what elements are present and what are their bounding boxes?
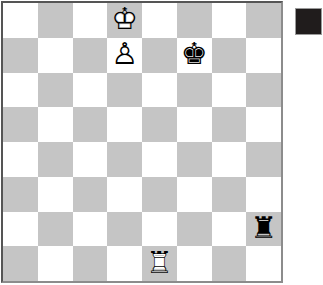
square-a4[interactable] [3,142,38,177]
square-f7[interactable]: ♚ [177,38,212,73]
square-e2[interactable] [142,212,177,247]
square-g6[interactable] [212,73,247,108]
square-d8[interactable]: ♚♔ [107,3,142,38]
square-e3[interactable] [142,177,177,212]
square-d2[interactable] [107,212,142,247]
square-b7[interactable] [38,38,73,73]
square-e1[interactable]: ♜♖ [142,246,177,281]
square-f2[interactable] [177,212,212,247]
piece-white-rook[interactable]: ♜♖ [142,246,177,281]
square-e4[interactable] [142,142,177,177]
square-a6[interactable] [3,73,38,108]
piece-white-pawn[interactable]: ♟♙ [107,38,142,73]
square-b3[interactable] [38,177,73,212]
square-c1[interactable] [73,246,108,281]
square-h4[interactable] [246,142,281,177]
black-king-fill-glyph: ♚ [177,38,212,73]
square-c7[interactable] [73,38,108,73]
square-h6[interactable] [246,73,281,108]
square-b2[interactable] [38,212,73,247]
square-a5[interactable] [3,107,38,142]
chess-diagram: ♚♔♟♙♚♜♜♖ [0,0,323,285]
white-pawn-outline-glyph: ♙ [107,38,142,73]
square-d6[interactable] [107,73,142,108]
square-d4[interactable] [107,142,142,177]
square-f8[interactable] [177,3,212,38]
square-f1[interactable] [177,246,212,281]
square-a3[interactable] [3,177,38,212]
square-h7[interactable] [246,38,281,73]
square-a8[interactable] [3,3,38,38]
square-d7[interactable]: ♟♙ [107,38,142,73]
square-e5[interactable] [142,107,177,142]
square-c6[interactable] [73,73,108,108]
square-a2[interactable] [3,212,38,247]
white-king-outline-glyph: ♔ [107,3,142,38]
piece-black-king[interactable]: ♚ [177,38,212,73]
square-h5[interactable] [246,107,281,142]
square-f5[interactable] [177,107,212,142]
black-rook-fill-glyph: ♜ [246,212,281,247]
square-e7[interactable] [142,38,177,73]
square-f6[interactable] [177,73,212,108]
square-g5[interactable] [212,107,247,142]
square-h2[interactable]: ♜ [246,212,281,247]
square-c3[interactable] [73,177,108,212]
square-c4[interactable] [73,142,108,177]
chess-board[interactable]: ♚♔♟♙♚♜♜♖ [1,1,283,283]
square-c2[interactable] [73,212,108,247]
white-rook-outline-glyph: ♖ [142,246,177,281]
square-h3[interactable] [246,177,281,212]
square-g4[interactable] [212,142,247,177]
square-b5[interactable] [38,107,73,142]
square-f4[interactable] [177,142,212,177]
square-b4[interactable] [38,142,73,177]
square-g1[interactable] [212,246,247,281]
square-g8[interactable] [212,3,247,38]
square-g2[interactable] [212,212,247,247]
square-e6[interactable] [142,73,177,108]
square-b8[interactable] [38,3,73,38]
square-c5[interactable] [73,107,108,142]
square-b1[interactable] [38,246,73,281]
square-f3[interactable] [177,177,212,212]
square-c8[interactable] [73,3,108,38]
square-a1[interactable] [3,246,38,281]
square-g7[interactable] [212,38,247,73]
square-h1[interactable] [246,246,281,281]
black-to-move-indicator [295,8,322,35]
square-d1[interactable] [107,246,142,281]
square-d5[interactable] [107,107,142,142]
piece-white-king[interactable]: ♚♔ [107,3,142,38]
square-e8[interactable] [142,3,177,38]
piece-black-rook[interactable]: ♜ [246,212,281,247]
square-b6[interactable] [38,73,73,108]
square-h8[interactable] [246,3,281,38]
square-d3[interactable] [107,177,142,212]
square-a7[interactable] [3,38,38,73]
square-g3[interactable] [212,177,247,212]
